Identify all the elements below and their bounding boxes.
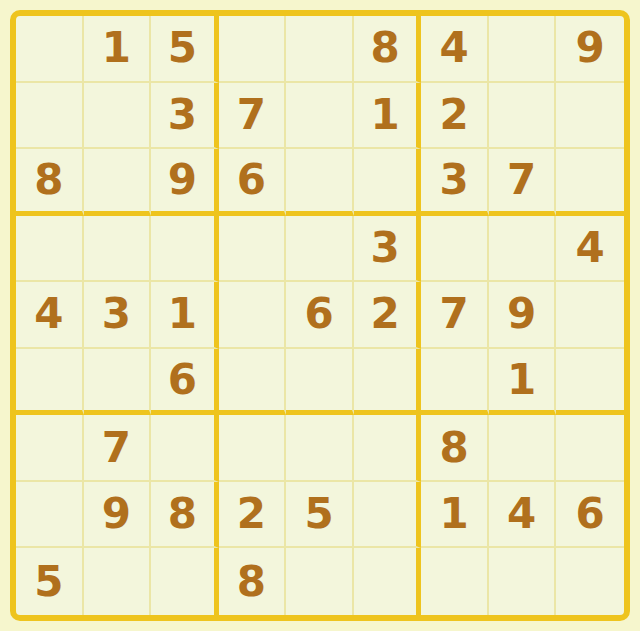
cell-r4c5[interactable] [286,216,354,283]
cell-r1c6[interactable]: 8 [354,16,422,83]
cell-r3c7[interactable]: 3 [421,149,489,216]
cell-r2c8[interactable] [489,83,557,150]
cell-r6c8[interactable]: 1 [489,349,557,416]
cell-r6c3[interactable]: 6 [151,349,219,416]
cell-r5c2[interactable]: 3 [84,282,152,349]
cell-r9c8[interactable] [489,548,557,615]
cell-r7c1[interactable] [16,415,84,482]
cell-r1c1[interactable] [16,16,84,83]
cell-r6c2[interactable] [84,349,152,416]
cell-r8c5[interactable]: 5 [286,482,354,549]
cell-r9c4[interactable]: 8 [219,548,287,615]
cell-r2c7[interactable]: 2 [421,83,489,150]
cell-r1c3[interactable]: 5 [151,16,219,83]
cell-r2c6[interactable]: 1 [354,83,422,150]
cell-r3c2[interactable] [84,149,152,216]
cell-r8c4[interactable]: 2 [219,482,287,549]
cell-r3c9[interactable] [556,149,624,216]
cell-r7c3[interactable] [151,415,219,482]
cell-r8c9[interactable]: 6 [556,482,624,549]
cell-r9c3[interactable] [151,548,219,615]
cell-r3c8[interactable]: 7 [489,149,557,216]
cell-r6c6[interactable] [354,349,422,416]
cell-r1c2[interactable]: 1 [84,16,152,83]
cell-r2c3[interactable]: 3 [151,83,219,150]
cell-r8c3[interactable]: 8 [151,482,219,549]
cell-r9c5[interactable] [286,548,354,615]
cell-r4c4[interactable] [219,216,287,283]
cell-r1c5[interactable] [286,16,354,83]
cell-r7c2[interactable]: 7 [84,415,152,482]
cell-r4c1[interactable] [16,216,84,283]
cell-r7c9[interactable] [556,415,624,482]
cell-r9c7[interactable] [421,548,489,615]
cell-r4c9[interactable]: 4 [556,216,624,283]
cell-r8c7[interactable]: 1 [421,482,489,549]
cell-r7c5[interactable] [286,415,354,482]
cell-r9c9[interactable] [556,548,624,615]
cell-r5c5[interactable]: 6 [286,282,354,349]
cell-r3c5[interactable] [286,149,354,216]
cell-r5c6[interactable]: 2 [354,282,422,349]
cell-r1c7[interactable]: 4 [421,16,489,83]
cell-r5c1[interactable]: 4 [16,282,84,349]
cell-r4c2[interactable] [84,216,152,283]
cell-r7c6[interactable] [354,415,422,482]
cell-r6c9[interactable] [556,349,624,416]
cell-r9c1[interactable]: 5 [16,548,84,615]
cell-r6c4[interactable] [219,349,287,416]
cell-r7c4[interactable] [219,415,287,482]
cell-r6c5[interactable] [286,349,354,416]
cell-r8c1[interactable] [16,482,84,549]
cell-r8c8[interactable]: 4 [489,482,557,549]
cell-r3c3[interactable]: 9 [151,149,219,216]
cell-r4c6[interactable]: 3 [354,216,422,283]
cell-r5c9[interactable] [556,282,624,349]
cell-r7c7[interactable]: 8 [421,415,489,482]
cell-r7c8[interactable] [489,415,557,482]
cell-r9c6[interactable] [354,548,422,615]
cell-r4c8[interactable] [489,216,557,283]
cell-r1c8[interactable] [489,16,557,83]
cell-r3c1[interactable]: 8 [16,149,84,216]
cell-r2c1[interactable] [16,83,84,150]
cell-r1c9[interactable]: 9 [556,16,624,83]
page-background: { "game": "sudoku", "position": ".15..84… [0,0,640,631]
cell-r4c3[interactable] [151,216,219,283]
sudoku-board: 158493712896373443162796178982514658 [10,10,630,621]
cell-r2c9[interactable] [556,83,624,150]
cell-r1c4[interactable] [219,16,287,83]
cell-r2c4[interactable]: 7 [219,83,287,150]
cell-r2c2[interactable] [84,83,152,150]
cell-r9c2[interactable] [84,548,152,615]
cell-r3c4[interactable]: 6 [219,149,287,216]
cell-r3c6[interactable] [354,149,422,216]
cell-r2c5[interactable] [286,83,354,150]
cell-r4c7[interactable] [421,216,489,283]
cell-r5c7[interactable]: 7 [421,282,489,349]
cell-r8c6[interactable] [354,482,422,549]
cell-r5c8[interactable]: 9 [489,282,557,349]
cell-r5c4[interactable] [219,282,287,349]
cell-r8c2[interactable]: 9 [84,482,152,549]
cell-r5c3[interactable]: 1 [151,282,219,349]
cell-r6c1[interactable] [16,349,84,416]
cell-r6c7[interactable] [421,349,489,416]
